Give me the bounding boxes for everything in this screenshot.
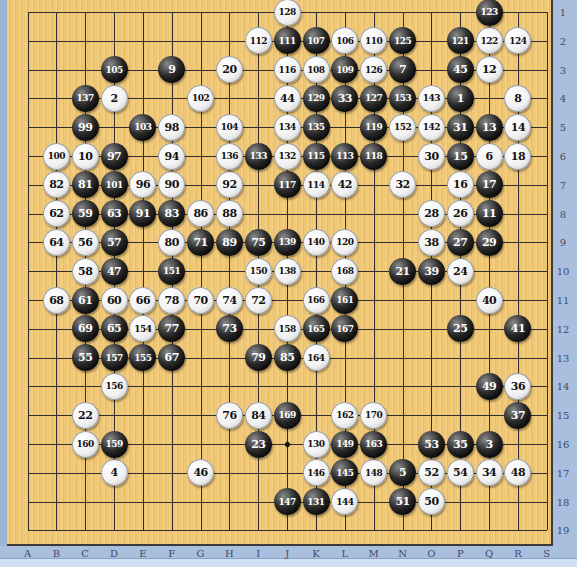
stone-23[interactable]: 23 [245,431,272,458]
file-label-B: B [53,548,60,559]
stone-65[interactable]: 65 [101,315,128,342]
stone-38[interactable]: 38 [418,229,445,256]
stone-63[interactable]: 63 [101,200,128,227]
stone-91[interactable]: 91 [129,200,156,227]
file-label-D: D [110,548,118,559]
stone-121[interactable]: 121 [447,27,474,54]
stone-149[interactable]: 149 [331,431,358,458]
stone-27[interactable]: 27 [447,229,474,256]
stone-120[interactable]: 120 [331,229,358,256]
stone-90[interactable]: 90 [158,171,185,198]
stone-8[interactable]: 8 [504,85,531,112]
stone-40[interactable]: 40 [476,287,503,314]
stone-123[interactable]: 123 [476,0,503,26]
stone-119[interactable]: 119 [360,114,387,141]
stone-151[interactable]: 151 [158,258,185,285]
rank-label-1: 1 [560,7,566,18]
stone-56[interactable]: 56 [72,229,99,256]
stone-144[interactable]: 144 [331,488,358,515]
stone-64[interactable]: 64 [43,229,70,256]
stone-88[interactable]: 88 [216,200,243,227]
rank-label-15: 15 [557,410,570,421]
stone-67[interactable]: 67 [158,344,185,371]
stone-130[interactable]: 130 [303,431,330,458]
stone-79[interactable]: 79 [245,344,272,371]
stone-106[interactable]: 106 [331,27,358,54]
stone-105[interactable]: 105 [101,56,128,83]
stone-33[interactable]: 33 [331,85,358,112]
stone-30[interactable]: 30 [418,143,445,170]
stone-82[interactable]: 82 [43,171,70,198]
stone-85[interactable]: 85 [274,344,301,371]
stone-22[interactable]: 22 [72,402,99,429]
stone-49[interactable]: 49 [476,373,503,400]
stone-143[interactable]: 143 [418,85,445,112]
file-label-N: N [398,548,407,559]
stone-39[interactable]: 39 [418,258,445,285]
file-label-H: H [225,548,234,559]
grid-line-vertical [547,12,548,530]
stone-44[interactable]: 44 [274,85,301,112]
stone-137[interactable]: 137 [72,85,99,112]
stone-20[interactable]: 20 [216,56,243,83]
stone-98[interactable]: 98 [158,114,185,141]
stone-73[interactable]: 73 [216,315,243,342]
stone-50[interactable]: 50 [418,488,445,515]
stone-131[interactable]: 131 [303,488,330,515]
stone-6[interactable]: 6 [476,143,503,170]
stone-18[interactable]: 18 [504,143,531,170]
stone-51[interactable]: 51 [389,488,416,515]
stone-70[interactable]: 70 [187,287,214,314]
stone-132[interactable]: 132 [274,143,301,170]
stone-5[interactable]: 5 [389,459,416,486]
stone-147[interactable]: 147 [274,488,301,515]
stone-168[interactable]: 168 [331,258,358,285]
go-board[interactable]: 1234567891011121314151617182021222324252… [7,0,553,546]
stone-53[interactable]: 53 [418,431,445,458]
file-label-K: K [312,548,319,559]
stone-111[interactable]: 111 [274,27,301,54]
stone-78[interactable]: 78 [158,287,185,314]
stone-101[interactable]: 101 [101,171,128,198]
stone-83[interactable]: 83 [158,200,185,227]
stone-89[interactable]: 89 [216,229,243,256]
stone-1[interactable]: 1 [447,85,474,112]
stone-126[interactable]: 126 [360,56,387,83]
stone-97[interactable]: 97 [101,143,128,170]
stone-115[interactable]: 115 [303,143,330,170]
left-frame-strip [0,0,7,546]
stone-133[interactable]: 133 [245,143,272,170]
stone-159[interactable]: 159 [101,431,128,458]
stone-161[interactable]: 161 [331,287,358,314]
rank-label-13: 13 [557,352,570,363]
stone-154[interactable]: 154 [129,315,156,342]
stone-153[interactable]: 153 [389,85,416,112]
stone-13[interactable]: 13 [476,114,503,141]
stone-139[interactable]: 139 [274,229,301,256]
stone-21[interactable]: 21 [389,258,416,285]
stone-136[interactable]: 136 [216,143,243,170]
stone-163[interactable]: 163 [360,431,387,458]
file-label-M: M [369,548,379,559]
stone-47[interactable]: 47 [101,258,128,285]
stone-100[interactable]: 100 [43,143,70,170]
stone-112[interactable]: 112 [245,27,272,54]
stone-32[interactable]: 32 [389,171,416,198]
stone-71[interactable]: 71 [187,229,214,256]
stone-170[interactable]: 170 [360,402,387,429]
rank-label-19: 19 [557,525,570,536]
file-label-S: S [543,548,550,559]
go-game-record-window: 1234567891011121314151617182021222324252… [0,0,577,567]
rank-label-12: 12 [557,323,570,334]
stone-81[interactable]: 81 [72,171,99,198]
rank-label-9: 9 [560,237,566,248]
stone-72[interactable]: 72 [245,287,272,314]
stone-155[interactable]: 155 [129,344,156,371]
stone-52[interactable]: 52 [418,459,445,486]
stone-86[interactable]: 86 [187,200,214,227]
stone-125[interactable]: 125 [389,27,416,54]
rank-label-8: 8 [560,208,566,219]
stone-160[interactable]: 160 [72,431,99,458]
stone-108[interactable]: 108 [303,56,330,83]
stone-66[interactable]: 66 [129,287,156,314]
stone-102[interactable]: 102 [187,85,214,112]
stone-146[interactable]: 146 [303,459,330,486]
file-label-J: J [285,548,289,559]
stone-55[interactable]: 55 [72,344,99,371]
stone-77[interactable]: 77 [158,315,185,342]
stone-34[interactable]: 34 [476,459,503,486]
stone-41[interactable]: 41 [504,315,531,342]
stone-128[interactable]: 128 [274,0,301,26]
stone-114[interactable]: 114 [303,171,330,198]
stone-17[interactable]: 17 [476,171,503,198]
stone-61[interactable]: 61 [72,287,99,314]
stone-74[interactable]: 74 [216,287,243,314]
stone-15[interactable]: 15 [447,143,474,170]
stone-96[interactable]: 96 [129,171,156,198]
file-label-C: C [81,548,89,559]
stone-42[interactable]: 42 [331,171,358,198]
stone-48[interactable]: 48 [504,459,531,486]
stone-140[interactable]: 140 [303,229,330,256]
stone-68[interactable]: 68 [43,287,70,314]
stone-36[interactable]: 36 [504,373,531,400]
stone-156[interactable]: 156 [101,373,128,400]
stone-165[interactable]: 165 [303,315,330,342]
file-label-O: O [427,548,435,559]
stone-167[interactable]: 167 [331,315,358,342]
file-label-L: L [342,548,349,559]
rank-label-18: 18 [557,496,570,507]
rank-label-2: 2 [560,35,566,46]
stone-12[interactable]: 12 [476,56,503,83]
stone-46[interactable]: 46 [187,459,214,486]
rank-label-7: 7 [560,179,566,190]
stone-35[interactable]: 35 [447,431,474,458]
stone-57[interactable]: 57 [101,229,128,256]
stone-3[interactable]: 3 [476,431,503,458]
stone-107[interactable]: 107 [303,27,330,54]
stone-25[interactable]: 25 [447,315,474,342]
file-label-G: G [197,548,205,559]
stone-7[interactable]: 7 [389,56,416,83]
stone-162[interactable]: 162 [331,402,358,429]
stone-45[interactable]: 45 [447,56,474,83]
stone-84[interactable]: 84 [245,402,272,429]
stone-4[interactable]: 4 [101,459,128,486]
star-point [284,440,291,447]
rank-label-17: 17 [557,467,570,478]
stone-118[interactable]: 118 [360,143,387,170]
stone-37[interactable]: 37 [504,402,531,429]
stone-127[interactable]: 127 [360,85,387,112]
file-label-A: A [24,548,31,559]
stone-109[interactable]: 109 [331,56,358,83]
stone-14[interactable]: 14 [504,114,531,141]
stone-62[interactable]: 62 [43,200,70,227]
rank-label-5: 5 [560,122,566,133]
stone-110[interactable]: 110 [360,27,387,54]
stone-142[interactable]: 142 [418,114,445,141]
stone-166[interactable]: 166 [303,287,330,314]
rank-label-11: 11 [557,295,570,306]
stone-92[interactable]: 92 [216,171,243,198]
file-label-Q: Q [485,548,493,559]
stone-2[interactable]: 2 [101,85,128,112]
stone-80[interactable]: 80 [158,229,185,256]
rank-label-4: 4 [560,93,566,104]
stone-148[interactable]: 148 [360,459,387,486]
stone-124[interactable]: 124 [504,27,531,54]
file-label-E: E [139,548,146,559]
stone-116[interactable]: 116 [274,56,301,83]
grid-line-horizontal [28,530,547,531]
stone-29[interactable]: 29 [476,229,503,256]
file-label-F: F [168,548,175,559]
stone-11[interactable]: 11 [476,200,503,227]
stone-103[interactable]: 103 [129,114,156,141]
stone-152[interactable]: 152 [389,114,416,141]
stone-158[interactable]: 158 [274,315,301,342]
stone-164[interactable]: 164 [303,344,330,371]
stone-129[interactable]: 129 [303,85,330,112]
stone-169[interactable]: 169 [274,402,301,429]
stone-16[interactable]: 16 [447,171,474,198]
stone-28[interactable]: 28 [418,200,445,227]
file-label-R: R [514,548,522,559]
stone-54[interactable]: 54 [447,459,474,486]
stone-10[interactable]: 10 [72,143,99,170]
rank-label-6: 6 [560,151,566,162]
stone-122[interactable]: 122 [476,27,503,54]
stone-69[interactable]: 69 [72,315,99,342]
stone-117[interactable]: 117 [274,171,301,198]
stone-24[interactable]: 24 [447,258,474,285]
stone-99[interactable]: 99 [72,114,99,141]
stone-94[interactable]: 94 [158,143,185,170]
stone-75[interactable]: 75 [245,229,272,256]
stone-60[interactable]: 60 [101,287,128,314]
stone-59[interactable]: 59 [72,200,99,227]
stone-113[interactable]: 113 [331,143,358,170]
stone-31[interactable]: 31 [447,114,474,141]
stone-104[interactable]: 104 [216,114,243,141]
rank-label-10: 10 [557,266,570,277]
rank-label-14: 14 [557,381,570,392]
stone-134[interactable]: 134 [274,114,301,141]
stone-26[interactable]: 26 [447,200,474,227]
bottom-frame-strip [0,559,577,567]
file-label-I: I [256,548,260,559]
stone-145[interactable]: 145 [331,459,358,486]
stone-135[interactable]: 135 [303,114,330,141]
stone-9[interactable]: 9 [158,56,185,83]
stone-150[interactable]: 150 [245,258,272,285]
file-label-P: P [457,548,464,559]
rank-label-3: 3 [560,64,566,75]
stone-138[interactable]: 138 [274,258,301,285]
stone-76[interactable]: 76 [216,402,243,429]
rank-label-16: 16 [557,439,570,450]
stone-157[interactable]: 157 [101,344,128,371]
stone-58[interactable]: 58 [72,258,99,285]
